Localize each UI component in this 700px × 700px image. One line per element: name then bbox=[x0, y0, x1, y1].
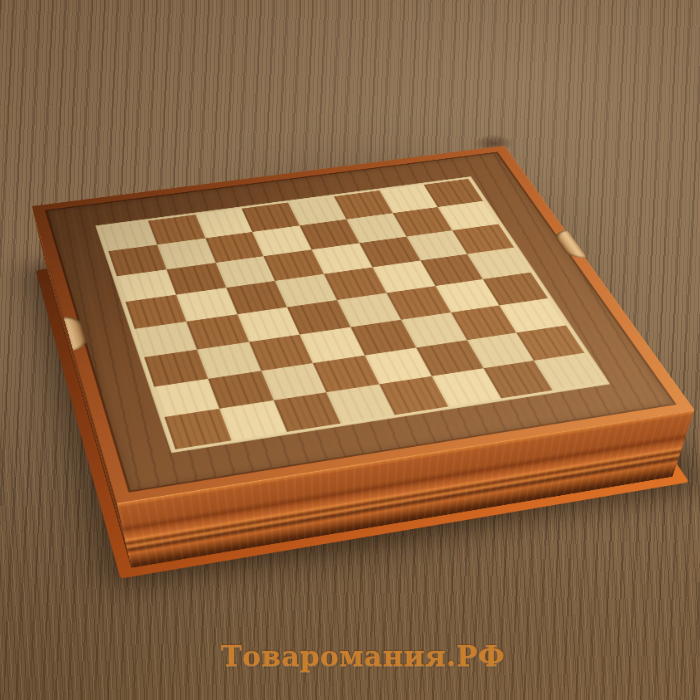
square-c1 bbox=[273, 392, 341, 432]
square-e3 bbox=[351, 320, 416, 355]
square-f1 bbox=[432, 368, 501, 406]
square-a2 bbox=[154, 378, 219, 417]
square-b4 bbox=[186, 314, 248, 349]
chess-box-scene bbox=[68, 101, 606, 499]
square-c4 bbox=[237, 307, 300, 342]
square-a1 bbox=[164, 409, 231, 449]
square-b1 bbox=[219, 401, 286, 441]
square-e2 bbox=[365, 347, 432, 384]
square-c3 bbox=[248, 334, 312, 370]
square-h2 bbox=[516, 325, 584, 361]
square-g1 bbox=[483, 361, 552, 399]
square-g3 bbox=[450, 305, 516, 340]
square-h1 bbox=[534, 353, 604, 390]
square-e1 bbox=[379, 376, 448, 415]
chess-box bbox=[32, 146, 695, 504]
square-d2 bbox=[313, 355, 379, 392]
square-b3 bbox=[197, 342, 261, 379]
square-d3 bbox=[300, 327, 365, 363]
square-d4 bbox=[287, 300, 350, 334]
square-d1 bbox=[327, 384, 395, 423]
square-a3 bbox=[144, 349, 208, 386]
square-f2 bbox=[416, 340, 483, 377]
square-h3 bbox=[499, 298, 565, 332]
watermark-text: Товаромания.РФ bbox=[221, 640, 505, 673]
chess-board bbox=[100, 179, 604, 450]
square-g2 bbox=[466, 332, 534, 368]
square-c2 bbox=[261, 363, 327, 401]
square-a4 bbox=[135, 322, 197, 358]
square-f3 bbox=[401, 312, 467, 347]
product-photo: Товаромания.РФ bbox=[0, 0, 700, 700]
square-b2 bbox=[208, 371, 274, 409]
